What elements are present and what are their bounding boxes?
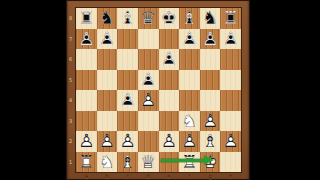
black-bishop-piece[interactable]: ♝♗ xyxy=(117,8,138,29)
black-pawn-piece[interactable]: ♟♙ xyxy=(76,29,97,50)
piece-glyph-outline: ♙ xyxy=(220,29,241,50)
piece-glyph-outline: ♙ xyxy=(138,90,159,111)
white-pawn-piece[interactable]: ♟♙ xyxy=(159,131,180,152)
square-g8[interactable]: ♞♘ xyxy=(200,8,221,29)
rank-label-6: 6 xyxy=(69,57,72,62)
piece-glyph-outline: ♖ xyxy=(220,8,241,29)
square-a6[interactable] xyxy=(76,49,97,70)
black-knight-piece[interactable]: ♞♘ xyxy=(97,8,118,29)
square-e7[interactable] xyxy=(159,29,180,50)
square-d6[interactable] xyxy=(138,49,159,70)
square-f2[interactable]: ♟♙ xyxy=(179,131,200,152)
black-pawn-piece[interactable]: ♟♙ xyxy=(179,29,200,50)
square-g6[interactable] xyxy=(200,49,221,70)
piece-glyph-outline: ♙ xyxy=(117,131,138,152)
piece-glyph-outline: ♔ xyxy=(159,8,180,29)
square-b7[interactable]: ♟♙ xyxy=(97,29,118,50)
square-h5[interactable] xyxy=(220,70,241,91)
square-b5[interactable] xyxy=(97,70,118,91)
square-h1[interactable] xyxy=(220,152,241,173)
square-e2[interactable]: ♟♙ xyxy=(159,131,180,152)
square-c1[interactable]: ♝♗ xyxy=(117,152,138,173)
piece-glyph-outline: ♙ xyxy=(76,131,97,152)
piece-glyph-outline: ♙ xyxy=(179,29,200,50)
piece-glyph-outline: ♙ xyxy=(220,131,241,152)
rank-label-2: 2 xyxy=(69,139,72,144)
piece-glyph-outline: ♙ xyxy=(138,70,159,91)
square-a1[interactable]: ♜♖ xyxy=(76,152,97,173)
square-g4[interactable] xyxy=(200,90,221,111)
white-knight-piece[interactable]: ♞♘ xyxy=(179,111,200,132)
piece-glyph-outline: ♖ xyxy=(76,8,97,29)
file-label-c: c xyxy=(126,174,129,179)
file-label-d: d xyxy=(147,174,150,179)
square-h7[interactable]: ♟♙ xyxy=(220,29,241,50)
black-pawn-piece[interactable]: ♟♙ xyxy=(97,29,118,50)
rank-label-8: 8 xyxy=(69,16,72,21)
piece-glyph-outline: ♗ xyxy=(117,8,138,29)
file-label-h: h xyxy=(229,174,232,179)
square-g3[interactable]: ♟♙ xyxy=(200,111,221,132)
piece-glyph-outline: ♙ xyxy=(200,111,221,132)
piece-glyph-outline: ♙ xyxy=(200,29,221,50)
piece-glyph-outline: ♙ xyxy=(159,131,180,152)
rank-label-1: 1 xyxy=(69,159,72,164)
rank-label-7: 7 xyxy=(69,36,72,41)
white-pawn-piece[interactable]: ♟♙ xyxy=(76,131,97,152)
white-pawn-piece[interactable]: ♟♙ xyxy=(200,111,221,132)
square-e5[interactable] xyxy=(159,70,180,91)
piece-glyph-outline: ♙ xyxy=(179,131,200,152)
piece-glyph-outline: ♘ xyxy=(200,8,221,29)
square-f6[interactable] xyxy=(179,49,200,70)
white-rook-piece[interactable]: ♜♖ xyxy=(76,152,97,173)
black-queen-piece[interactable]: ♛♕ xyxy=(138,8,159,29)
chess-board-frame: ♜♖♞♘♝♗♛♕♚♔♝♗♞♘♜♖♟♙♟♙♟♙♟♙♟♙♟♙♟♙♟♙♟♙♞♘♟♙♟♙… xyxy=(66,0,250,180)
move-arrow-head xyxy=(204,155,214,165)
square-b6[interactable] xyxy=(97,49,118,70)
square-d4[interactable]: ♟♙ xyxy=(138,90,159,111)
piece-glyph-outline: ♙ xyxy=(97,131,118,152)
file-label-a: a xyxy=(85,174,88,179)
square-e4[interactable] xyxy=(159,90,180,111)
file-label-e: e xyxy=(167,174,170,179)
black-knight-piece[interactable]: ♞♘ xyxy=(200,8,221,29)
piece-glyph-outline: ♙ xyxy=(117,90,138,111)
chess-app-stage: ♜♖♞♘♝♗♛♕♚♔♝♗♞♘♜♖♟♙♟♙♟♙♟♙♟♙♟♙♟♙♟♙♟♙♞♘♟♙♟♙… xyxy=(0,0,320,180)
square-d8[interactable]: ♛♕ xyxy=(138,8,159,29)
black-pawn-piece[interactable]: ♟♙ xyxy=(200,29,221,50)
piece-glyph-outline: ♖ xyxy=(179,152,200,173)
square-f4[interactable] xyxy=(179,90,200,111)
file-label-b: b xyxy=(105,174,108,179)
square-b3[interactable] xyxy=(97,111,118,132)
black-king-piece[interactable]: ♚♔ xyxy=(159,8,180,29)
black-rook-piece[interactable]: ♜♖ xyxy=(76,8,97,29)
square-c5[interactable] xyxy=(117,70,138,91)
square-d2[interactable] xyxy=(138,131,159,152)
square-g7[interactable]: ♟♙ xyxy=(200,29,221,50)
square-a2[interactable]: ♟♙ xyxy=(76,131,97,152)
square-c3[interactable] xyxy=(117,111,138,132)
square-a4[interactable] xyxy=(76,90,97,111)
square-e3[interactable] xyxy=(159,111,180,132)
white-pawn-piece[interactable]: ♟♙ xyxy=(97,131,118,152)
black-pawn-piece[interactable]: ♟♙ xyxy=(138,70,159,91)
square-h2[interactable]: ♟♙ xyxy=(220,131,241,152)
square-h6[interactable] xyxy=(220,49,241,70)
piece-glyph-outline: ♖ xyxy=(76,152,97,173)
square-c7[interactable] xyxy=(117,29,138,50)
piece-glyph-outline: ♙ xyxy=(97,29,118,50)
square-b8[interactable]: ♞♘ xyxy=(97,8,118,29)
square-f3[interactable]: ♞♘ xyxy=(179,111,200,132)
square-b1[interactable]: ♞♘ xyxy=(97,152,118,173)
square-e1[interactable] xyxy=(159,152,180,173)
rank-label-4: 4 xyxy=(69,98,72,103)
chess-board: ♜♖♞♘♝♗♛♕♚♔♝♗♞♘♜♖♟♙♟♙♟♙♟♙♟♙♟♙♟♙♟♙♟♙♞♘♟♙♟♙… xyxy=(76,8,241,172)
square-h8[interactable]: ♜♖ xyxy=(220,8,241,29)
piece-glyph-outline: ♗ xyxy=(179,8,200,29)
square-a8[interactable]: ♜♖ xyxy=(76,8,97,29)
file-label-g: g xyxy=(208,174,211,179)
square-f5[interactable] xyxy=(179,70,200,91)
white-queen-piece[interactable]: ♛♕ xyxy=(138,152,159,173)
white-pawn-piece[interactable]: ♟♙ xyxy=(220,131,241,152)
square-a7[interactable]: ♟♙ xyxy=(76,29,97,50)
square-c6[interactable] xyxy=(117,49,138,70)
white-pawn-piece[interactable]: ♟♙ xyxy=(138,90,159,111)
square-c4[interactable]: ♟♙ xyxy=(117,90,138,111)
white-bishop-piece[interactable]: ♝♗ xyxy=(117,152,138,173)
piece-glyph-outline: ♘ xyxy=(179,111,200,132)
square-h4[interactable] xyxy=(220,90,241,111)
piece-glyph-outline: ♗ xyxy=(117,152,138,173)
square-c8[interactable]: ♝♗ xyxy=(117,8,138,29)
white-pawn-piece[interactable]: ♟♙ xyxy=(179,131,200,152)
square-b2[interactable]: ♟♙ xyxy=(97,131,118,152)
piece-glyph-outline: ♕ xyxy=(138,8,159,29)
square-e6[interactable]: ♟♙ xyxy=(159,49,180,70)
white-rook-piece[interactable]: ♜♖ xyxy=(179,152,200,173)
square-d3[interactable] xyxy=(138,111,159,132)
piece-glyph-outline: ♗ xyxy=(200,131,221,152)
black-pawn-piece[interactable]: ♟♙ xyxy=(220,29,241,50)
black-pawn-piece[interactable]: ♟♙ xyxy=(159,49,180,70)
white-pawn-piece[interactable]: ♟♙ xyxy=(117,131,138,152)
square-f8[interactable]: ♝♗ xyxy=(179,8,200,29)
square-f1[interactable]: ♜♖ xyxy=(179,152,200,173)
piece-glyph-outline: ♕ xyxy=(138,152,159,173)
square-c2[interactable]: ♟♙ xyxy=(117,131,138,152)
file-label-f: f xyxy=(189,174,191,179)
piece-glyph-outline: ♙ xyxy=(76,29,97,50)
square-g5[interactable] xyxy=(200,70,221,91)
black-rook-piece[interactable]: ♜♖ xyxy=(220,8,241,29)
rank-label-5: 5 xyxy=(69,77,72,82)
black-pawn-piece[interactable]: ♟♙ xyxy=(117,90,138,111)
square-d5[interactable]: ♟♙ xyxy=(138,70,159,91)
square-e8[interactable]: ♚♔ xyxy=(159,8,180,29)
square-a3[interactable] xyxy=(76,111,97,132)
square-d1[interactable]: ♛♕ xyxy=(138,152,159,173)
square-a5[interactable] xyxy=(76,70,97,91)
piece-glyph-outline: ♘ xyxy=(97,8,118,29)
square-h3[interactable] xyxy=(220,111,241,132)
rank-label-3: 3 xyxy=(69,118,72,123)
square-g2[interactable]: ♝♗ xyxy=(200,131,221,152)
square-b4[interactable] xyxy=(97,90,118,111)
black-bishop-piece[interactable]: ♝♗ xyxy=(179,8,200,29)
square-d7[interactable] xyxy=(138,29,159,50)
piece-glyph-outline: ♘ xyxy=(97,152,118,173)
white-knight-piece[interactable]: ♞♘ xyxy=(97,152,118,173)
move-arrow-line xyxy=(161,159,204,162)
square-f7[interactable]: ♟♙ xyxy=(179,29,200,50)
piece-glyph-outline: ♙ xyxy=(159,49,180,70)
white-bishop-piece[interactable]: ♝♗ xyxy=(200,131,221,152)
